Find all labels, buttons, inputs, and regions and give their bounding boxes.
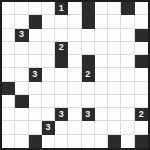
white-cell[interactable]	[95, 15, 108, 28]
white-cell[interactable]	[121, 55, 134, 68]
white-cell[interactable]	[15, 121, 28, 134]
white-cell[interactable]	[2, 95, 15, 108]
white-cell[interactable]	[68, 55, 81, 68]
white-cell[interactable]	[68, 135, 81, 148]
white-cell[interactable]	[29, 2, 42, 15]
white-cell[interactable]	[2, 2, 15, 15]
white-cell[interactable]	[42, 29, 55, 42]
white-cell[interactable]	[108, 29, 121, 42]
white-cell[interactable]	[68, 68, 81, 81]
white-cell[interactable]	[68, 108, 81, 121]
white-cell[interactable]	[42, 135, 55, 148]
white-cell[interactable]	[68, 82, 81, 95]
white-cell[interactable]	[55, 68, 68, 81]
black-cell	[2, 82, 15, 95]
white-cell[interactable]	[121, 68, 134, 81]
white-cell[interactable]	[95, 55, 108, 68]
white-cell[interactable]	[108, 15, 121, 28]
black-cell	[29, 15, 42, 28]
white-cell[interactable]	[135, 42, 148, 55]
white-cell[interactable]	[135, 82, 148, 95]
black-cell	[82, 55, 95, 68]
white-cell[interactable]	[2, 15, 15, 28]
white-cell[interactable]	[42, 82, 55, 95]
white-cell[interactable]	[82, 135, 95, 148]
clue-cell: 2	[55, 42, 68, 55]
white-cell[interactable]	[135, 2, 148, 15]
black-cell	[108, 135, 121, 148]
white-cell[interactable]	[2, 29, 15, 42]
white-cell[interactable]	[121, 15, 134, 28]
white-cell[interactable]	[68, 2, 81, 15]
white-cell[interactable]	[68, 29, 81, 42]
white-cell[interactable]	[2, 68, 15, 81]
white-cell[interactable]	[29, 82, 42, 95]
white-cell[interactable]	[108, 68, 121, 81]
white-cell[interactable]	[108, 2, 121, 15]
black-cell	[135, 135, 148, 148]
white-cell[interactable]	[15, 15, 28, 28]
white-cell[interactable]	[135, 15, 148, 28]
white-cell[interactable]	[108, 42, 121, 55]
white-cell[interactable]	[95, 108, 108, 121]
white-cell[interactable]	[95, 135, 108, 148]
white-cell[interactable]	[68, 15, 81, 28]
clue-cell: 2	[135, 108, 148, 121]
white-cell[interactable]	[95, 42, 108, 55]
white-cell[interactable]	[55, 135, 68, 148]
white-cell[interactable]	[55, 29, 68, 42]
white-cell[interactable]	[55, 121, 68, 134]
white-cell[interactable]	[108, 55, 121, 68]
clue-cell: 3	[42, 121, 55, 134]
puzzle-board: 132323323	[0, 0, 150, 150]
white-cell[interactable]	[108, 82, 121, 95]
white-cell[interactable]	[29, 42, 42, 55]
white-cell[interactable]	[42, 55, 55, 68]
white-cell[interactable]	[55, 82, 68, 95]
white-cell[interactable]	[29, 121, 42, 134]
white-cell[interactable]	[121, 121, 134, 134]
white-cell[interactable]	[82, 42, 95, 55]
white-cell[interactable]	[108, 121, 121, 134]
white-cell[interactable]	[68, 42, 81, 55]
white-cell[interactable]	[68, 121, 81, 134]
white-cell[interactable]	[135, 68, 148, 81]
black-cell	[135, 55, 148, 68]
black-cell	[82, 15, 95, 28]
white-cell[interactable]	[121, 95, 134, 108]
white-cell[interactable]	[15, 135, 28, 148]
white-cell[interactable]	[42, 108, 55, 121]
white-cell[interactable]	[2, 135, 15, 148]
white-cell[interactable]	[42, 68, 55, 81]
white-cell[interactable]	[95, 68, 108, 81]
white-cell[interactable]	[108, 95, 121, 108]
white-cell[interactable]	[15, 2, 28, 15]
white-cell[interactable]	[15, 42, 28, 55]
white-cell[interactable]	[121, 108, 134, 121]
white-cell[interactable]	[2, 121, 15, 134]
white-cell[interactable]	[29, 95, 42, 108]
white-cell[interactable]	[121, 29, 134, 42]
white-cell[interactable]	[82, 82, 95, 95]
black-cell	[55, 55, 68, 68]
white-cell[interactable]	[2, 42, 15, 55]
white-cell[interactable]	[95, 82, 108, 95]
white-cell[interactable]	[121, 135, 134, 148]
white-cell[interactable]	[2, 55, 15, 68]
white-cell[interactable]	[135, 95, 148, 108]
white-cell[interactable]	[42, 42, 55, 55]
clue-cell: 1	[55, 2, 68, 15]
white-cell[interactable]	[42, 2, 55, 15]
white-cell[interactable]	[95, 2, 108, 15]
clue-cell: 3	[15, 29, 28, 42]
white-cell[interactable]	[55, 15, 68, 28]
white-cell[interactable]	[42, 95, 55, 108]
white-cell[interactable]	[135, 121, 148, 134]
white-cell[interactable]	[15, 108, 28, 121]
white-cell[interactable]	[95, 29, 108, 42]
white-cell[interactable]	[82, 29, 95, 42]
white-cell[interactable]	[15, 55, 28, 68]
white-cell[interactable]	[55, 95, 68, 108]
clue-cell: 3	[82, 108, 95, 121]
white-cell[interactable]	[82, 95, 95, 108]
white-cell[interactable]	[2, 108, 15, 121]
white-cell[interactable]	[95, 95, 108, 108]
white-cell[interactable]	[29, 108, 42, 121]
white-cell[interactable]	[29, 55, 42, 68]
white-cell[interactable]	[95, 121, 108, 134]
white-cell[interactable]	[121, 42, 134, 55]
black-cell	[121, 2, 134, 15]
clue-cell: 3	[55, 108, 68, 121]
white-cell[interactable]	[82, 121, 95, 134]
white-cell[interactable]	[121, 82, 134, 95]
white-cell[interactable]	[29, 29, 42, 42]
black-cell	[15, 95, 28, 108]
clue-cell: 3	[29, 68, 42, 81]
white-cell[interactable]	[15, 82, 28, 95]
white-cell[interactable]	[68, 95, 81, 108]
white-cell[interactable]	[15, 68, 28, 81]
black-cell	[82, 2, 95, 15]
white-cell[interactable]	[108, 108, 121, 121]
clue-cell: 2	[82, 68, 95, 81]
black-cell	[29, 135, 42, 148]
puzzle-grid: 132323323	[2, 2, 148, 148]
black-cell	[135, 29, 148, 42]
white-cell[interactable]	[42, 15, 55, 28]
